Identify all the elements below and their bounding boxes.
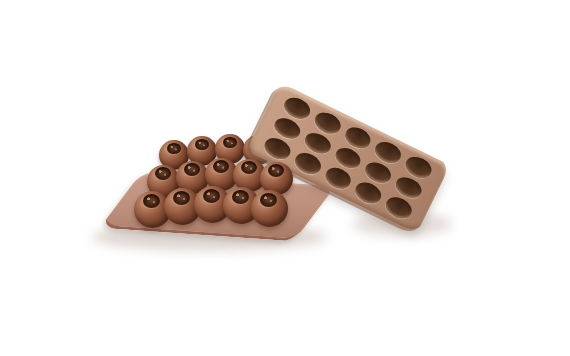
mold-cavity [352,179,384,208]
mold-cavity [261,134,293,163]
chocolate-dome [251,190,288,227]
product-photo-stage [0,0,570,356]
mold-cavity [322,164,354,193]
mold-cavity [383,194,415,223]
